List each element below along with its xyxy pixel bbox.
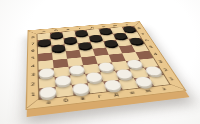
white-piece[interactable]: ● (39, 85, 56, 97)
black-piece[interactable]: ● (77, 41, 92, 49)
square-h6[interactable]: ● (128, 38, 144, 46)
board-perspective-wrapper: абвгдежз8●●●●87●●●●76●●●●655443●●●●32●●●… (26, 21, 187, 110)
photo-background: абвгдежз8●●●●87●●●●76●●●●655443●●●●32●●●… (0, 0, 200, 124)
black-piece[interactable]: ● (128, 37, 144, 44)
square-c1[interactable]: ● (72, 83, 90, 95)
square-b6[interactable]: ● (51, 44, 65, 52)
frame-corner (27, 99, 40, 109)
black-piece[interactable]: ● (51, 43, 65, 51)
white-piece[interactable]: ● (71, 82, 89, 94)
white-piece[interactable]: ● (54, 74, 71, 85)
square-g1[interactable]: ● (134, 77, 154, 88)
white-piece[interactable]: ● (133, 75, 153, 86)
square-e1[interactable]: ● (103, 80, 122, 92)
square-f6[interactable]: ● (103, 40, 119, 48)
white-piece[interactable]: ● (39, 67, 55, 77)
square-a1[interactable]: ● (39, 87, 57, 99)
white-piece[interactable]: ● (103, 78, 122, 90)
checkers-board: абвгдежз8●●●●87●●●●76●●●●655443●●●●32●●●… (26, 21, 187, 110)
square-d6[interactable]: ● (78, 42, 93, 50)
black-piece[interactable]: ● (103, 39, 119, 47)
file-label-b: б (57, 95, 75, 105)
